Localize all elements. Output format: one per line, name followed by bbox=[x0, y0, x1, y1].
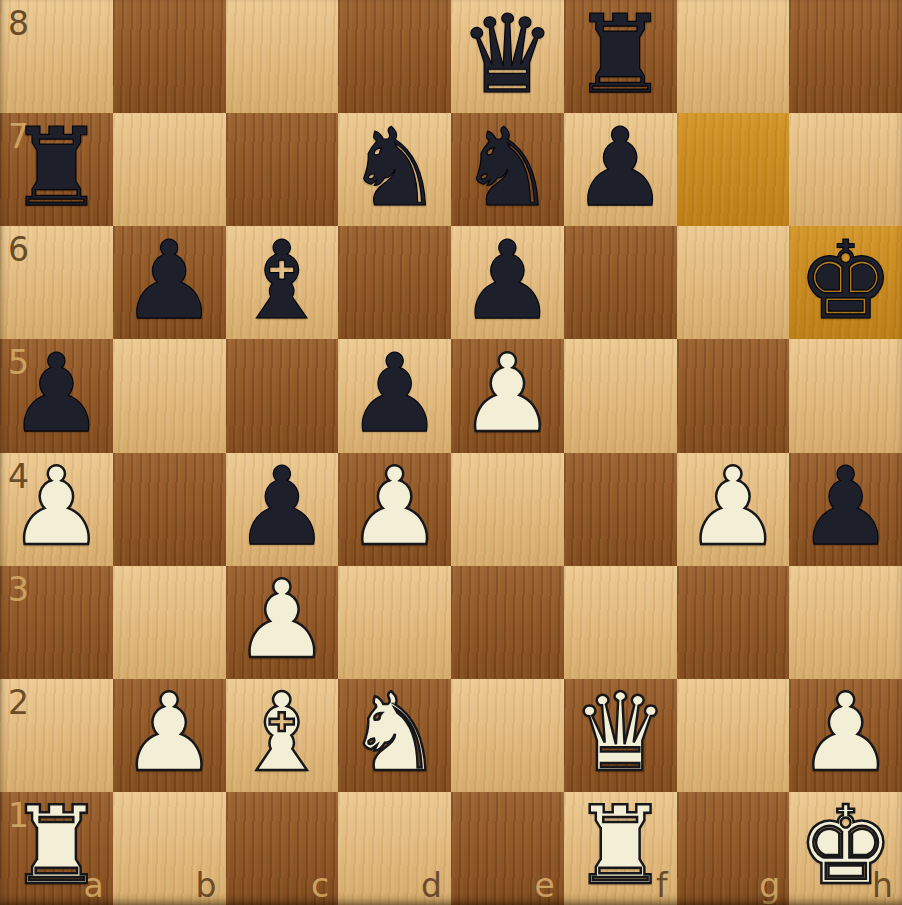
square-d2[interactable]: ♞ bbox=[338, 679, 451, 792]
square-a5[interactable]: 5♟ bbox=[0, 339, 113, 452]
piece-white-rook[interactable]: ♜ bbox=[572, 792, 669, 900]
square-c8[interactable] bbox=[226, 0, 339, 113]
square-g7[interactable] bbox=[677, 113, 790, 226]
rank-label-6: 6 bbox=[8, 233, 29, 266]
piece-white-pawn[interactable]: ♟ bbox=[121, 679, 218, 787]
piece-black-knight[interactable]: ♞ bbox=[459, 114, 556, 222]
square-g3[interactable] bbox=[677, 566, 790, 679]
square-a7[interactable]: 7♜ bbox=[0, 113, 113, 226]
square-h2[interactable]: ♟ bbox=[789, 679, 902, 792]
square-f3[interactable] bbox=[564, 566, 677, 679]
square-b3[interactable] bbox=[113, 566, 226, 679]
square-f6[interactable] bbox=[564, 226, 677, 339]
square-b8[interactable] bbox=[113, 0, 226, 113]
square-h8[interactable] bbox=[789, 0, 902, 113]
square-h7[interactable] bbox=[789, 113, 902, 226]
piece-white-knight[interactable]: ♞ bbox=[346, 679, 443, 787]
square-h5[interactable] bbox=[789, 339, 902, 452]
square-g2[interactable] bbox=[677, 679, 790, 792]
square-a8[interactable]: 8 bbox=[0, 0, 113, 113]
square-f1[interactable]: f♜ bbox=[564, 792, 677, 905]
square-c2[interactable]: ♝ bbox=[226, 679, 339, 792]
square-b7[interactable] bbox=[113, 113, 226, 226]
piece-black-bishop[interactable]: ♝ bbox=[233, 227, 330, 335]
square-f2[interactable]: ♛ bbox=[564, 679, 677, 792]
square-d1[interactable]: d bbox=[338, 792, 451, 905]
square-c5[interactable] bbox=[226, 339, 339, 452]
square-g6[interactable] bbox=[677, 226, 790, 339]
square-b6[interactable]: ♟ bbox=[113, 226, 226, 339]
square-g1[interactable]: g bbox=[677, 792, 790, 905]
square-e8[interactable]: ♛ bbox=[451, 0, 564, 113]
square-f5[interactable] bbox=[564, 339, 677, 452]
piece-white-pawn[interactable]: ♟ bbox=[459, 340, 556, 448]
piece-black-rook[interactable]: ♜ bbox=[8, 114, 105, 222]
square-b5[interactable] bbox=[113, 339, 226, 452]
square-d4[interactable]: ♟ bbox=[338, 453, 451, 566]
square-h3[interactable] bbox=[789, 566, 902, 679]
file-label-b: b bbox=[196, 869, 217, 902]
square-c3[interactable]: ♟ bbox=[226, 566, 339, 679]
square-g5[interactable] bbox=[677, 339, 790, 452]
file-label-g: g bbox=[759, 869, 780, 902]
square-e1[interactable]: e bbox=[451, 792, 564, 905]
piece-black-queen[interactable]: ♛ bbox=[459, 1, 556, 109]
square-d3[interactable] bbox=[338, 566, 451, 679]
square-a1[interactable]: 1a♜ bbox=[0, 792, 113, 905]
square-a4[interactable]: 4♟ bbox=[0, 453, 113, 566]
square-c4[interactable]: ♟ bbox=[226, 453, 339, 566]
piece-black-pawn[interactable]: ♟ bbox=[346, 340, 443, 448]
rank-label-3: 3 bbox=[8, 573, 29, 606]
piece-black-pawn[interactable]: ♟ bbox=[233, 453, 330, 561]
piece-white-pawn[interactable]: ♟ bbox=[233, 566, 330, 674]
square-c6[interactable]: ♝ bbox=[226, 226, 339, 339]
piece-white-queen[interactable]: ♛ bbox=[572, 679, 669, 787]
square-d8[interactable] bbox=[338, 0, 451, 113]
piece-black-pawn[interactable]: ♟ bbox=[8, 340, 105, 448]
piece-white-pawn[interactable]: ♟ bbox=[8, 453, 105, 561]
piece-white-king[interactable]: ♚ bbox=[797, 792, 894, 900]
square-e6[interactable]: ♟ bbox=[451, 226, 564, 339]
piece-white-rook[interactable]: ♜ bbox=[8, 792, 105, 900]
square-g4[interactable]: ♟ bbox=[677, 453, 790, 566]
square-f8[interactable]: ♜ bbox=[564, 0, 677, 113]
file-label-c: c bbox=[311, 869, 329, 902]
piece-black-knight[interactable]: ♞ bbox=[346, 114, 443, 222]
square-f4[interactable] bbox=[564, 453, 677, 566]
piece-black-king[interactable]: ♚ bbox=[797, 227, 894, 335]
piece-black-pawn[interactable]: ♟ bbox=[797, 453, 894, 561]
file-label-d: d bbox=[421, 869, 442, 902]
square-e7[interactable]: ♞ bbox=[451, 113, 564, 226]
square-d6[interactable] bbox=[338, 226, 451, 339]
piece-white-pawn[interactable]: ♟ bbox=[797, 679, 894, 787]
square-h1[interactable]: h♚ bbox=[789, 792, 902, 905]
square-c1[interactable]: c bbox=[226, 792, 339, 905]
square-e2[interactable] bbox=[451, 679, 564, 792]
piece-white-pawn[interactable]: ♟ bbox=[346, 453, 443, 561]
square-h6[interactable]: ♚ bbox=[789, 226, 902, 339]
piece-black-pawn[interactable]: ♟ bbox=[572, 114, 669, 222]
square-e4[interactable] bbox=[451, 453, 564, 566]
square-b4[interactable] bbox=[113, 453, 226, 566]
square-h4[interactable]: ♟ bbox=[789, 453, 902, 566]
square-c7[interactable] bbox=[226, 113, 339, 226]
rank-label-8: 8 bbox=[8, 7, 29, 40]
chess-board: 8♛♜7♜♞♞♟6♟♝♟♚5♟♟♟4♟♟♟♟♟3♟2♟♝♞♛♟1a♜bcdef♜… bbox=[0, 0, 902, 905]
square-e3[interactable] bbox=[451, 566, 564, 679]
piece-black-pawn[interactable]: ♟ bbox=[121, 227, 218, 335]
square-a3[interactable]: 3 bbox=[0, 566, 113, 679]
piece-white-pawn[interactable]: ♟ bbox=[684, 453, 781, 561]
square-a2[interactable]: 2 bbox=[0, 679, 113, 792]
piece-black-pawn[interactable]: ♟ bbox=[459, 227, 556, 335]
rank-label-2: 2 bbox=[8, 686, 29, 719]
square-f7[interactable]: ♟ bbox=[564, 113, 677, 226]
square-g8[interactable] bbox=[677, 0, 790, 113]
piece-white-bishop[interactable]: ♝ bbox=[233, 679, 330, 787]
square-b1[interactable]: b bbox=[113, 792, 226, 905]
file-label-e: e bbox=[534, 869, 554, 902]
square-e5[interactable]: ♟ bbox=[451, 339, 564, 452]
square-b2[interactable]: ♟ bbox=[113, 679, 226, 792]
square-a6[interactable]: 6 bbox=[0, 226, 113, 339]
square-d5[interactable]: ♟ bbox=[338, 339, 451, 452]
square-d7[interactable]: ♞ bbox=[338, 113, 451, 226]
piece-black-rook[interactable]: ♜ bbox=[572, 1, 669, 109]
